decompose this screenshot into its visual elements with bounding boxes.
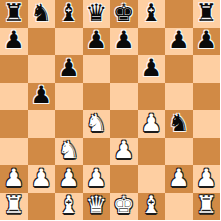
piece-black-pawn[interactable]: ♟ (58, 56, 80, 80)
piece-black-pawn[interactable]: ♟ (113, 28, 135, 52)
square-e5[interactable] (110, 83, 138, 111)
piece-black-queen[interactable]: ♛ (85, 1, 107, 25)
chess-board: ♜♞♝♛♚♝♜♟♟♟♟♟♟♟♟♞♟♞♞♟♟♟♟♟♟♟♜♝♛♚♝♜ (0, 0, 220, 220)
square-f7[interactable] (138, 28, 166, 56)
square-e2[interactable] (110, 165, 138, 193)
piece-white-pawn[interactable]: ♟ (30, 166, 52, 190)
square-c7[interactable] (55, 28, 83, 56)
piece-white-pawn[interactable]: ♟ (85, 166, 107, 190)
square-b2[interactable]: ♟ (28, 165, 56, 193)
square-a1[interactable]: ♜ (0, 193, 28, 221)
square-g8[interactable] (165, 0, 193, 28)
square-g6[interactable] (165, 55, 193, 83)
square-d4[interactable]: ♞ (83, 110, 111, 138)
piece-black-pawn[interactable]: ♟ (3, 28, 25, 52)
square-c4[interactable] (55, 110, 83, 138)
square-d3[interactable] (83, 138, 111, 166)
square-g1[interactable] (165, 193, 193, 221)
piece-black-knight[interactable]: ♞ (168, 111, 190, 135)
square-b7[interactable] (28, 28, 56, 56)
square-g7[interactable]: ♟ (165, 28, 193, 56)
square-f3[interactable] (138, 138, 166, 166)
square-d5[interactable] (83, 83, 111, 111)
piece-white-pawn[interactable]: ♟ (58, 166, 80, 190)
piece-black-pawn[interactable]: ♟ (195, 28, 217, 52)
square-b6[interactable] (28, 55, 56, 83)
square-g3[interactable] (165, 138, 193, 166)
square-c1[interactable]: ♝ (55, 193, 83, 221)
square-a8[interactable]: ♜ (0, 0, 28, 28)
piece-black-pawn[interactable]: ♟ (30, 83, 52, 107)
piece-black-rook[interactable]: ♜ (195, 1, 217, 25)
square-c2[interactable]: ♟ (55, 165, 83, 193)
square-f5[interactable] (138, 83, 166, 111)
square-e1[interactable]: ♚ (110, 193, 138, 221)
square-g4[interactable]: ♞ (165, 110, 193, 138)
square-h3[interactable] (193, 138, 221, 166)
square-b8[interactable]: ♞ (28, 0, 56, 28)
piece-white-pawn[interactable]: ♟ (168, 166, 190, 190)
square-b5[interactable]: ♟ (28, 83, 56, 111)
square-f1[interactable]: ♝ (138, 193, 166, 221)
piece-black-bishop[interactable]: ♝ (58, 1, 80, 25)
piece-black-king[interactable]: ♚ (113, 1, 135, 25)
square-h4[interactable] (193, 110, 221, 138)
piece-black-knight[interactable]: ♞ (30, 1, 52, 25)
square-c8[interactable]: ♝ (55, 0, 83, 28)
square-a2[interactable]: ♟ (0, 165, 28, 193)
square-c6[interactable]: ♟ (55, 55, 83, 83)
piece-white-rook[interactable]: ♜ (3, 193, 25, 217)
piece-white-pawn[interactable]: ♟ (140, 111, 162, 135)
piece-white-bishop[interactable]: ♝ (58, 193, 80, 217)
square-h6[interactable] (193, 55, 221, 83)
square-d1[interactable]: ♛ (83, 193, 111, 221)
piece-white-knight[interactable]: ♞ (58, 138, 80, 162)
square-d8[interactable]: ♛ (83, 0, 111, 28)
piece-white-rook[interactable]: ♜ (195, 193, 217, 217)
square-g5[interactable] (165, 83, 193, 111)
square-h2[interactable]: ♟ (193, 165, 221, 193)
square-h7[interactable]: ♟ (193, 28, 221, 56)
square-h8[interactable]: ♜ (193, 0, 221, 28)
square-h5[interactable] (193, 83, 221, 111)
square-a4[interactable] (0, 110, 28, 138)
piece-white-queen[interactable]: ♛ (85, 193, 107, 217)
square-d7[interactable]: ♟ (83, 28, 111, 56)
square-e7[interactable]: ♟ (110, 28, 138, 56)
piece-white-bishop[interactable]: ♝ (140, 193, 162, 217)
piece-white-king[interactable]: ♚ (113, 193, 135, 217)
piece-white-knight[interactable]: ♞ (85, 111, 107, 135)
piece-black-bishop[interactable]: ♝ (140, 1, 162, 25)
piece-white-pawn[interactable]: ♟ (195, 166, 217, 190)
square-c5[interactable] (55, 83, 83, 111)
square-f8[interactable]: ♝ (138, 0, 166, 28)
square-a5[interactable] (0, 83, 28, 111)
piece-black-rook[interactable]: ♜ (3, 1, 25, 25)
square-f2[interactable] (138, 165, 166, 193)
square-a3[interactable] (0, 138, 28, 166)
square-b3[interactable] (28, 138, 56, 166)
square-f4[interactable]: ♟ (138, 110, 166, 138)
square-e8[interactable]: ♚ (110, 0, 138, 28)
square-d2[interactable]: ♟ (83, 165, 111, 193)
square-d6[interactable] (83, 55, 111, 83)
square-f6[interactable]: ♟ (138, 55, 166, 83)
square-a6[interactable] (0, 55, 28, 83)
square-b1[interactable] (28, 193, 56, 221)
square-e3[interactable]: ♟ (110, 138, 138, 166)
piece-white-pawn[interactable]: ♟ (3, 166, 25, 190)
square-g2[interactable]: ♟ (165, 165, 193, 193)
piece-black-pawn[interactable]: ♟ (140, 56, 162, 80)
square-h1[interactable]: ♜ (193, 193, 221, 221)
square-b4[interactable] (28, 110, 56, 138)
screenshot-stage: ♜♞♝♛♚♝♜♟♟♟♟♟♟♟♟♞♟♞♞♟♟♟♟♟♟♟♜♝♛♚♝♜ (0, 0, 220, 220)
piece-black-pawn[interactable]: ♟ (168, 28, 190, 52)
piece-white-pawn[interactable]: ♟ (113, 138, 135, 162)
square-e6[interactable] (110, 55, 138, 83)
square-e4[interactable] (110, 110, 138, 138)
square-a7[interactable]: ♟ (0, 28, 28, 56)
piece-black-pawn[interactable]: ♟ (85, 28, 107, 52)
square-c3[interactable]: ♞ (55, 138, 83, 166)
